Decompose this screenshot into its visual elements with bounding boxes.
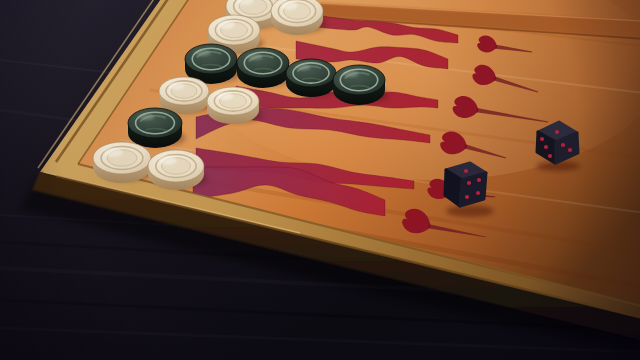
- scene-svg: [0, 0, 640, 360]
- photo-backgammon-scene: [0, 0, 640, 360]
- vignette: [0, 0, 640, 360]
